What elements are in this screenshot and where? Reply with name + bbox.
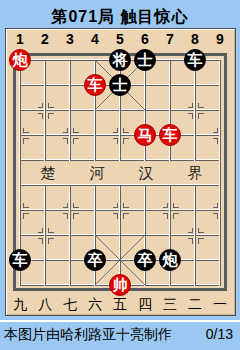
- rank-label-bottom: 九: [11, 296, 29, 312]
- piece-red-general[interactable]: 帅: [109, 274, 131, 296]
- rank-label-bottom: 四: [136, 296, 154, 312]
- river-text: 汉: [138, 165, 154, 181]
- river-text: 界: [187, 165, 203, 181]
- file-label-top: 5: [111, 31, 129, 47]
- rank-label-bottom: 三: [161, 296, 179, 312]
- piece-black-chariot[interactable]: 车: [9, 249, 31, 271]
- piece-black-advisor[interactable]: 士: [109, 74, 131, 96]
- piece-black-soldier[interactable]: 卒: [134, 249, 156, 271]
- piece-black-soldier[interactable]: 卒: [84, 249, 106, 271]
- file-label-top: 6: [136, 31, 154, 47]
- rank-label-bottom: 一: [211, 296, 229, 312]
- rank-label-bottom: 六: [86, 296, 104, 312]
- river-text: 河: [89, 165, 105, 181]
- puzzle-title: 第071局 触目惊心: [0, 7, 240, 28]
- rank-label-bottom: 八: [36, 296, 54, 312]
- river-text: 楚: [40, 165, 56, 181]
- file-label-top: 1: [11, 31, 29, 47]
- file-label-top: 8: [186, 31, 204, 47]
- file-label-top: 4: [86, 31, 104, 47]
- rank-label-bottom: 五: [111, 296, 129, 312]
- move-counter: 0/13: [206, 326, 233, 342]
- file-label-top: 9: [211, 31, 229, 47]
- piece-red-chariot[interactable]: 车: [84, 74, 106, 96]
- piece-black-chariot[interactable]: 车: [184, 49, 206, 71]
- piece-black-cannon[interactable]: 炮: [159, 249, 181, 271]
- rank-label-bottom: 七: [61, 296, 79, 312]
- piece-red-horse[interactable]: 马: [134, 124, 156, 146]
- file-label-top: 7: [161, 31, 179, 47]
- file-label-top: 2: [36, 31, 54, 47]
- credit-text: 本图片由哈利路亚十亮制作: [4, 326, 172, 344]
- piece-red-cannon[interactable]: 炮: [9, 49, 31, 71]
- status-bar: 本图片由哈利路亚十亮制作 0/13: [0, 320, 240, 350]
- file-label-top: 3: [61, 31, 79, 47]
- piece-black-general[interactable]: 将: [109, 49, 131, 71]
- piece-red-chariot[interactable]: 车: [159, 124, 181, 146]
- piece-black-advisor[interactable]: 士: [134, 49, 156, 71]
- rank-label-bottom: 二: [186, 296, 204, 312]
